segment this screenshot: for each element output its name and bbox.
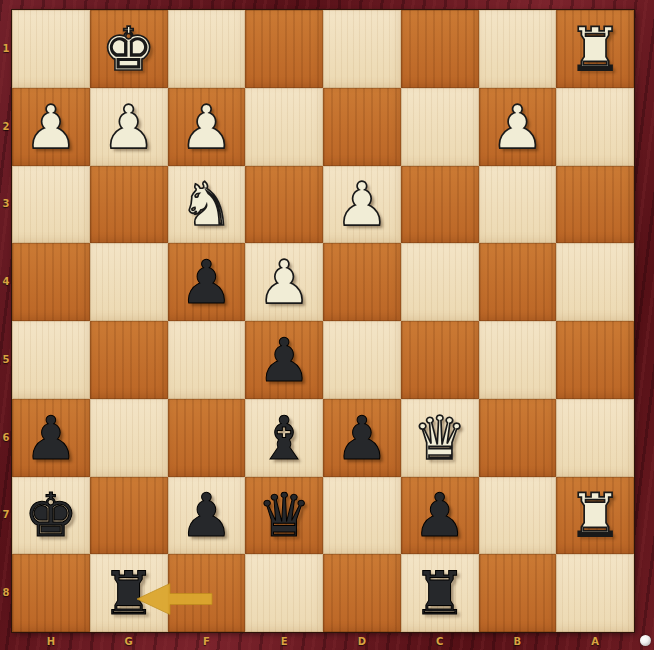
piece-black-pawn: ♟: [413, 485, 467, 545]
piece-black-pawn: ♟: [257, 330, 311, 390]
square-e6[interactable]: ♝: [245, 399, 323, 477]
square-g6[interactable]: [90, 399, 168, 477]
square-c5[interactable]: [401, 321, 479, 399]
piece-black-pawn: ♟: [24, 408, 78, 468]
piece-white-queen: ♛: [413, 408, 467, 468]
square-h5[interactable]: [12, 321, 90, 399]
square-h3[interactable]: [12, 166, 90, 244]
square-c4[interactable]: [401, 243, 479, 321]
white-to-move-indicator: [640, 635, 651, 646]
file-label-c: C: [430, 634, 450, 650]
square-b6[interactable]: [479, 399, 557, 477]
square-e1[interactable]: [245, 10, 323, 88]
piece-black-queen: ♛: [257, 485, 311, 545]
square-d6[interactable]: ♟: [323, 399, 401, 477]
piece-black-pawn: ♟: [335, 408, 389, 468]
piece-white-knight: ♞: [179, 174, 233, 234]
square-g1[interactable]: ♚: [90, 10, 168, 88]
piece-black-rook: ♜: [413, 563, 467, 623]
square-h7[interactable]: ♚: [12, 477, 90, 555]
square-a6[interactable]: [556, 399, 634, 477]
square-b5[interactable]: [479, 321, 557, 399]
square-h6[interactable]: ♟: [12, 399, 90, 477]
file-label-a: A: [585, 634, 605, 650]
piece-black-king: ♚: [24, 485, 78, 545]
rank-label-3: 3: [0, 198, 12, 209]
square-f2[interactable]: ♟: [168, 88, 246, 166]
piece-white-pawn: ♟: [24, 97, 78, 157]
file-label-b: B: [507, 634, 527, 650]
square-g8[interactable]: ♜: [90, 554, 168, 632]
square-a5[interactable]: [556, 321, 634, 399]
square-d7[interactable]: [323, 477, 401, 555]
square-e7[interactable]: ♛: [245, 477, 323, 555]
file-label-h: H: [41, 634, 61, 650]
piece-white-pawn: ♟: [179, 97, 233, 157]
square-e2[interactable]: [245, 88, 323, 166]
square-c8[interactable]: ♜: [401, 554, 479, 632]
square-b1[interactable]: [479, 10, 557, 88]
square-b3[interactable]: [479, 166, 557, 244]
square-f1[interactable]: [168, 10, 246, 88]
square-f8[interactable]: [168, 554, 246, 632]
square-a4[interactable]: [556, 243, 634, 321]
square-h8[interactable]: [12, 554, 90, 632]
square-d2[interactable]: [323, 88, 401, 166]
square-d5[interactable]: [323, 321, 401, 399]
square-h2[interactable]: ♟: [12, 88, 90, 166]
square-g5[interactable]: [90, 321, 168, 399]
square-h4[interactable]: [12, 243, 90, 321]
square-g2[interactable]: ♟: [90, 88, 168, 166]
rank-label-2: 2: [0, 121, 12, 132]
square-c7[interactable]: ♟: [401, 477, 479, 555]
square-d4[interactable]: [323, 243, 401, 321]
piece-black-pawn: ♟: [179, 485, 233, 545]
piece-white-king: ♚: [102, 19, 156, 79]
piece-white-pawn: ♟: [102, 97, 156, 157]
rank-label-5: 5: [0, 354, 12, 365]
rank-label-1: 1: [0, 43, 12, 54]
square-e4[interactable]: ♟: [245, 243, 323, 321]
square-e3[interactable]: [245, 166, 323, 244]
file-label-g: G: [119, 634, 139, 650]
square-a2[interactable]: [556, 88, 634, 166]
square-a7[interactable]: ♜: [556, 477, 634, 555]
square-h1[interactable]: [12, 10, 90, 88]
square-c2[interactable]: [401, 88, 479, 166]
piece-black-bishop: ♝: [257, 408, 311, 468]
square-f7[interactable]: ♟: [168, 477, 246, 555]
square-f5[interactable]: [168, 321, 246, 399]
piece-white-rook: ♜: [568, 485, 622, 545]
piece-black-pawn: ♟: [179, 252, 233, 312]
file-label-f: F: [196, 634, 216, 650]
square-d8[interactable]: [323, 554, 401, 632]
square-b2[interactable]: ♟: [479, 88, 557, 166]
square-d1[interactable]: [323, 10, 401, 88]
rank-label-6: 6: [0, 432, 12, 443]
rank-label-8: 8: [0, 587, 12, 598]
chess-diagram: ♚♜♟♟♟♟♞♟♟♟♟♟♝♟♛♚♟♛♟♜♜♜ 12345678 HGFEDCBA: [0, 0, 654, 650]
square-g4[interactable]: [90, 243, 168, 321]
rank-label-4: 4: [0, 276, 12, 287]
square-c1[interactable]: [401, 10, 479, 88]
square-e5[interactable]: ♟: [245, 321, 323, 399]
file-label-d: D: [352, 634, 372, 650]
square-a1[interactable]: ♜: [556, 10, 634, 88]
square-c3[interactable]: [401, 166, 479, 244]
square-b4[interactable]: [479, 243, 557, 321]
square-f3[interactable]: ♞: [168, 166, 246, 244]
chess-board: ♚♜♟♟♟♟♞♟♟♟♟♟♝♟♛♚♟♛♟♜♜♜: [12, 10, 634, 632]
piece-white-pawn: ♟: [490, 97, 544, 157]
square-a3[interactable]: [556, 166, 634, 244]
square-b7[interactable]: [479, 477, 557, 555]
square-f4[interactable]: ♟: [168, 243, 246, 321]
piece-white-rook: ♜: [568, 19, 622, 79]
square-a8[interactable]: [556, 554, 634, 632]
rank-label-7: 7: [0, 509, 12, 520]
piece-white-pawn: ♟: [335, 174, 389, 234]
square-d3[interactable]: ♟: [323, 166, 401, 244]
square-e8[interactable]: [245, 554, 323, 632]
piece-white-pawn: ♟: [257, 252, 311, 312]
square-b8[interactable]: [479, 554, 557, 632]
square-f6[interactable]: [168, 399, 246, 477]
square-g7[interactable]: [90, 477, 168, 555]
square-c6[interactable]: ♛: [401, 399, 479, 477]
piece-black-rook: ♜: [102, 563, 156, 623]
square-g3[interactable]: [90, 166, 168, 244]
file-label-e: E: [274, 634, 294, 650]
